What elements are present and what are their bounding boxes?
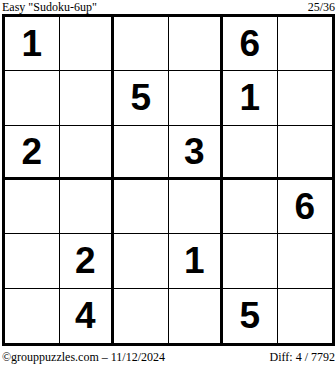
cell-r3c2[interactable]: [60, 126, 115, 180]
footer: ©grouppuzzles.com – 11/12/2024 Diff: 4 /…: [2, 350, 335, 364]
puzzle-title: Easy "Sudoku-6up": [2, 0, 97, 14]
cell-r4c3[interactable]: [114, 180, 169, 234]
cell-r2c3: 5: [114, 71, 169, 125]
cell-r2c6[interactable]: [278, 71, 333, 125]
cell-r1c2[interactable]: [60, 17, 115, 71]
cell-r1c6[interactable]: [278, 17, 333, 71]
difficulty-text: Diff: 4 / 7792: [270, 350, 335, 364]
cell-r6c6[interactable]: [278, 289, 333, 343]
cell-r1c3[interactable]: [114, 17, 169, 71]
cell-r5c1[interactable]: [5, 234, 60, 288]
cell-r1c1: 1: [5, 17, 60, 71]
copyright-text: ©grouppuzzles.com – 11/12/2024: [2, 350, 165, 364]
cell-r4c6: 6: [278, 180, 333, 234]
cell-r3c1: 2: [5, 126, 60, 180]
sudoku-page: Easy "Sudoku-6up" 25/36 16512362145 ©gro…: [0, 0, 336, 370]
cell-r5c5[interactable]: [223, 234, 278, 288]
cell-r1c4[interactable]: [169, 17, 224, 71]
cell-r6c1[interactable]: [5, 289, 60, 343]
cell-r6c2: 4: [60, 289, 115, 343]
cell-r4c5[interactable]: [223, 180, 278, 234]
cell-r5c3[interactable]: [114, 234, 169, 288]
cell-r4c4[interactable]: [169, 180, 224, 234]
header: Easy "Sudoku-6up" 25/36: [2, 0, 335, 14]
cell-r3c6[interactable]: [278, 126, 333, 180]
cell-r5c6[interactable]: [278, 234, 333, 288]
cell-r5c4: 1: [169, 234, 224, 288]
cell-r4c2[interactable]: [60, 180, 115, 234]
cell-r1c5: 6: [223, 17, 278, 71]
cell-r2c5: 1: [223, 71, 278, 125]
cell-r6c4[interactable]: [169, 289, 224, 343]
cell-r2c1[interactable]: [5, 71, 60, 125]
cell-r6c5: 5: [223, 289, 278, 343]
cell-r3c4: 3: [169, 126, 224, 180]
cells-remaining-counter: 25/36: [308, 0, 335, 14]
cell-r2c2[interactable]: [60, 71, 115, 125]
cell-r4c1[interactable]: [5, 180, 60, 234]
cell-r6c3[interactable]: [114, 289, 169, 343]
cell-r5c2: 2: [60, 234, 115, 288]
sudoku-board: 16512362145: [2, 14, 335, 346]
cell-r2c4[interactable]: [169, 71, 224, 125]
cell-r3c3[interactable]: [114, 126, 169, 180]
cell-r3c5[interactable]: [223, 126, 278, 180]
